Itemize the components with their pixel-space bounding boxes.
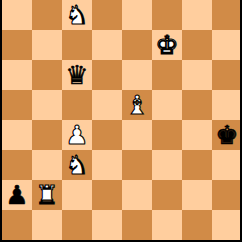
square-f7[interactable]: ♚: [152, 30, 182, 60]
square-h3[interactable]: [212, 150, 242, 180]
square-b5[interactable]: [32, 90, 62, 120]
square-e4[interactable]: [122, 120, 152, 150]
square-b8[interactable]: [32, 0, 62, 30]
white-knight-piece[interactable]: ♞: [65, 150, 88, 180]
square-g5[interactable]: [182, 90, 212, 120]
square-h1[interactable]: [212, 210, 242, 240]
square-a7[interactable]: [2, 30, 32, 60]
square-f3[interactable]: [152, 150, 182, 180]
white-rook-piece[interactable]: ♜: [35, 180, 58, 210]
square-b7[interactable]: [32, 30, 62, 60]
square-e1[interactable]: [122, 210, 152, 240]
square-c4[interactable]: ♟: [62, 120, 92, 150]
square-a5[interactable]: [2, 90, 32, 120]
square-e8[interactable]: [122, 0, 152, 30]
square-b6[interactable]: [32, 60, 62, 90]
square-d6[interactable]: [92, 60, 122, 90]
white-bishop-piece[interactable]: ♝: [125, 90, 148, 120]
square-g3[interactable]: [182, 150, 212, 180]
square-e5[interactable]: ♝: [122, 90, 152, 120]
square-b2[interactable]: ♜: [32, 180, 62, 210]
white-knight-piece[interactable]: ♞: [65, 0, 88, 30]
square-g6[interactable]: [182, 60, 212, 90]
square-g2[interactable]: [182, 180, 212, 210]
square-g1[interactable]: [182, 210, 212, 240]
square-d5[interactable]: [92, 90, 122, 120]
white-pawn-piece[interactable]: ♟: [65, 120, 88, 150]
square-a1[interactable]: [2, 210, 32, 240]
square-c7[interactable]: [62, 30, 92, 60]
square-h2[interactable]: [212, 180, 242, 210]
square-d3[interactable]: [92, 150, 122, 180]
square-g4[interactable]: [182, 120, 212, 150]
square-e3[interactable]: [122, 150, 152, 180]
square-h8[interactable]: [212, 0, 242, 30]
square-h4[interactable]: ♚: [212, 120, 242, 150]
square-g8[interactable]: [182, 0, 212, 30]
square-a3[interactable]: [2, 150, 32, 180]
square-b3[interactable]: [32, 150, 62, 180]
square-c6[interactable]: ♛: [62, 60, 92, 90]
black-queen-piece[interactable]: ♛: [65, 60, 88, 90]
square-h7[interactable]: [212, 30, 242, 60]
square-a8[interactable]: [2, 0, 32, 30]
square-f5[interactable]: [152, 90, 182, 120]
square-e6[interactable]: [122, 60, 152, 90]
chess-board: ♞♚♛♝♟♚♞♟♜: [0, 0, 242, 242]
square-c8[interactable]: ♞: [62, 0, 92, 30]
square-h5[interactable]: [212, 90, 242, 120]
square-a2[interactable]: ♟: [2, 180, 32, 210]
square-g7[interactable]: [182, 30, 212, 60]
square-e7[interactable]: [122, 30, 152, 60]
square-d7[interactable]: [92, 30, 122, 60]
square-c2[interactable]: [62, 180, 92, 210]
square-f4[interactable]: [152, 120, 182, 150]
square-f6[interactable]: [152, 60, 182, 90]
square-f8[interactable]: [152, 0, 182, 30]
square-f2[interactable]: [152, 180, 182, 210]
square-c5[interactable]: [62, 90, 92, 120]
white-king-piece[interactable]: ♚: [155, 30, 178, 60]
square-d8[interactable]: [92, 0, 122, 30]
square-e2[interactable]: [122, 180, 152, 210]
square-a4[interactable]: [2, 120, 32, 150]
square-b1[interactable]: [32, 210, 62, 240]
black-king-piece[interactable]: ♚: [215, 120, 238, 150]
square-a6[interactable]: [2, 60, 32, 90]
square-f1[interactable]: [152, 210, 182, 240]
board-border-right: [240, 0, 242, 242]
square-h6[interactable]: [212, 60, 242, 90]
square-c1[interactable]: [62, 210, 92, 240]
square-c3[interactable]: ♞: [62, 150, 92, 180]
board-grid: ♞♚♛♝♟♚♞♟♜: [2, 0, 242, 240]
square-d1[interactable]: [92, 210, 122, 240]
square-b4[interactable]: [32, 120, 62, 150]
square-d4[interactable]: [92, 120, 122, 150]
black-pawn-piece[interactable]: ♟: [5, 180, 28, 210]
square-d2[interactable]: [92, 180, 122, 210]
